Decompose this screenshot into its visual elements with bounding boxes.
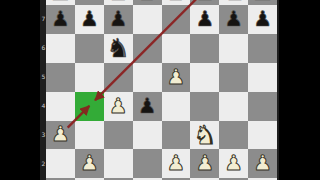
piece-white-rook[interactable]: ♜ (46, 178, 75, 180)
square-g7[interactable]: ♟ (219, 5, 248, 34)
square-d2[interactable] (133, 149, 162, 178)
square-a6[interactable] (46, 34, 75, 63)
square-b1[interactable]: ♞ (75, 178, 104, 180)
square-f2[interactable]: ♟ (190, 149, 219, 178)
square-c5[interactable] (104, 63, 133, 92)
piece-white-pawn[interactable]: ♟ (46, 121, 75, 150)
square-b6[interactable] (75, 34, 104, 63)
square-a3[interactable]: ♟ (46, 121, 75, 150)
video-frame: 765432 ♜♝♛♚♝♞♜♟♟♟♟♟♟♞♟♟♟♟♞♟♟♟♟♟♜♞♝♛♚♝♜ (0, 0, 320, 180)
square-e4[interactable] (162, 92, 191, 121)
letterbox-left (0, 0, 40, 180)
square-c4[interactable]: ♟ (104, 92, 133, 121)
square-g3[interactable] (219, 121, 248, 150)
piece-white-bishop[interactable]: ♝ (190, 178, 219, 180)
square-b5[interactable] (75, 63, 104, 92)
square-a5[interactable] (46, 63, 75, 92)
piece-white-knight[interactable]: ♞ (190, 121, 219, 150)
piece-white-pawn[interactable]: ♟ (248, 149, 277, 178)
square-f7[interactable]: ♟ (190, 5, 219, 34)
square-b4[interactable] (75, 92, 104, 121)
square-d7[interactable] (133, 5, 162, 34)
square-d4[interactable]: ♟ (133, 92, 162, 121)
square-g5[interactable] (219, 63, 248, 92)
piece-white-rook[interactable]: ♜ (248, 178, 277, 180)
letterbox-right (279, 0, 320, 180)
piece-black-pawn[interactable]: ♟ (133, 92, 162, 121)
square-h5[interactable] (248, 63, 277, 92)
square-d3[interactable] (133, 121, 162, 150)
square-e2[interactable]: ♟ (162, 149, 191, 178)
square-a7[interactable]: ♟ (46, 5, 75, 34)
piece-black-pawn[interactable]: ♟ (190, 5, 219, 34)
piece-white-pawn[interactable]: ♟ (104, 92, 133, 121)
square-a2[interactable] (46, 149, 75, 178)
piece-white-knight[interactable]: ♞ (75, 178, 104, 180)
board-border-strip-right (277, 0, 279, 180)
square-f1[interactable]: ♝ (190, 178, 219, 180)
piece-black-pawn[interactable]: ♟ (75, 5, 104, 34)
square-h4[interactable] (248, 92, 277, 121)
square-b2[interactable]: ♟ (75, 149, 104, 178)
square-d5[interactable] (133, 63, 162, 92)
square-f3[interactable]: ♞ (190, 121, 219, 150)
piece-black-pawn[interactable]: ♟ (104, 5, 133, 34)
square-h3[interactable] (248, 121, 277, 150)
piece-white-pawn[interactable]: ♟ (75, 149, 104, 178)
square-e6[interactable] (162, 34, 191, 63)
square-c7[interactable]: ♟ (104, 5, 133, 34)
piece-white-bishop[interactable]: ♝ (104, 178, 133, 180)
square-g6[interactable] (219, 34, 248, 63)
square-c1[interactable]: ♝ (104, 178, 133, 180)
square-c6[interactable]: ♞ (104, 34, 133, 63)
piece-white-pawn[interactable]: ♟ (190, 149, 219, 178)
piece-white-king[interactable]: ♚ (162, 178, 191, 180)
square-d6[interactable] (133, 34, 162, 63)
square-a4[interactable] (46, 92, 75, 121)
piece-white-pawn[interactable]: ♟ (219, 149, 248, 178)
square-b3[interactable] (75, 121, 104, 150)
square-e7[interactable] (162, 5, 191, 34)
square-g2[interactable]: ♟ (219, 149, 248, 178)
square-h2[interactable]: ♟ (248, 149, 277, 178)
piece-black-knight[interactable]: ♞ (104, 34, 133, 63)
square-c3[interactable] (104, 121, 133, 150)
square-d1[interactable]: ♛ (133, 178, 162, 180)
piece-white-queen[interactable]: ♛ (133, 178, 162, 180)
square-g1[interactable] (219, 178, 248, 180)
piece-black-pawn[interactable]: ♟ (46, 5, 75, 34)
piece-black-pawn[interactable]: ♟ (248, 5, 277, 34)
square-e3[interactable] (162, 121, 191, 150)
chess-board: ♜♝♛♚♝♞♜♟♟♟♟♟♟♞♟♟♟♟♞♟♟♟♟♟♜♞♝♛♚♝♜ (46, 0, 277, 180)
piece-white-pawn[interactable]: ♟ (162, 149, 191, 178)
square-e5[interactable]: ♟ (162, 63, 191, 92)
square-f5[interactable] (190, 63, 219, 92)
piece-white-pawn[interactable]: ♟ (162, 63, 191, 92)
square-g4[interactable] (219, 92, 248, 121)
square-c2[interactable] (104, 149, 133, 178)
square-h7[interactable]: ♟ (248, 5, 277, 34)
square-f6[interactable] (190, 34, 219, 63)
square-e1[interactable]: ♚ (162, 178, 191, 180)
square-h6[interactable] (248, 34, 277, 63)
square-a1[interactable]: ♜ (46, 178, 75, 180)
piece-black-pawn[interactable]: ♟ (219, 5, 248, 34)
square-b7[interactable]: ♟ (75, 5, 104, 34)
square-f4[interactable] (190, 92, 219, 121)
square-h1[interactable]: ♜ (248, 178, 277, 180)
